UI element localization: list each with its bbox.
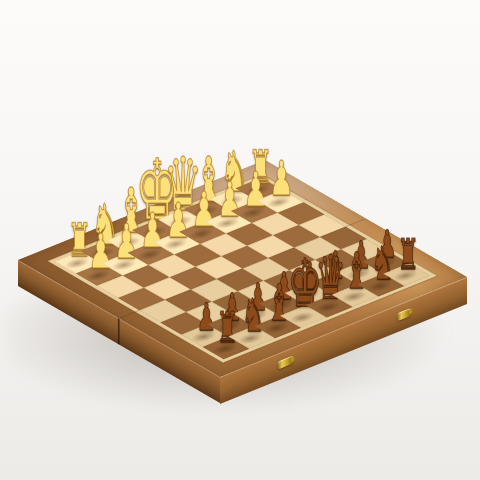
product-photo-stage: ♜♞♝♚♛♝♞♜♟♟♟♟♟♟♟♟♟♟♟♟♟♟♟♟♜♞♝♚♛♝♞♜ xyxy=(0,0,480,480)
fold-seam-edge xyxy=(118,318,120,345)
brass-clasp-icon xyxy=(397,308,410,321)
brass-clasp-icon xyxy=(278,355,293,369)
